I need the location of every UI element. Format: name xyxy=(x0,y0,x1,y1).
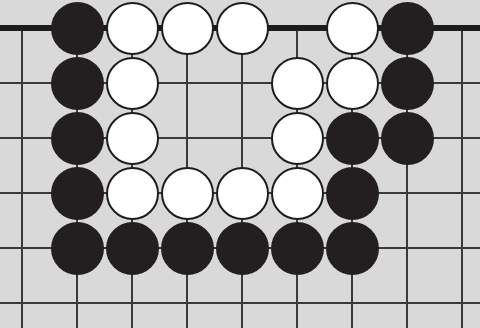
board-point[interactable] xyxy=(325,276,380,328)
board-point[interactable] xyxy=(160,276,215,328)
board-point[interactable] xyxy=(270,221,325,276)
board-point[interactable] xyxy=(380,166,435,221)
black-stone[interactable] xyxy=(271,222,324,275)
board-point[interactable] xyxy=(270,111,325,166)
board-point[interactable] xyxy=(105,1,160,56)
board-point[interactable] xyxy=(435,221,480,276)
board-point[interactable] xyxy=(325,111,380,166)
board-point[interactable] xyxy=(160,111,215,166)
white-stone[interactable] xyxy=(326,2,379,55)
board-point[interactable] xyxy=(0,111,50,166)
board-point[interactable] xyxy=(160,166,215,221)
board-point[interactable] xyxy=(435,111,480,166)
board-point[interactable] xyxy=(105,111,160,166)
board-point[interactable] xyxy=(50,1,105,56)
white-stone[interactable] xyxy=(271,112,324,165)
board-point[interactable] xyxy=(435,166,480,221)
board-point[interactable] xyxy=(105,276,160,328)
board-point[interactable] xyxy=(0,56,50,111)
board-point[interactable] xyxy=(380,276,435,328)
board-point[interactable] xyxy=(325,56,380,111)
board-point[interactable] xyxy=(50,111,105,166)
board-point[interactable] xyxy=(50,166,105,221)
black-stone[interactable] xyxy=(216,222,269,275)
board-point[interactable] xyxy=(160,1,215,56)
black-stone[interactable] xyxy=(381,2,434,55)
board-point[interactable] xyxy=(270,1,325,56)
white-stone[interactable] xyxy=(216,167,269,220)
white-stone[interactable] xyxy=(106,167,159,220)
board-point[interactable] xyxy=(215,111,270,166)
white-stone[interactable] xyxy=(106,112,159,165)
black-stone[interactable] xyxy=(51,222,104,275)
board-point[interactable] xyxy=(380,1,435,56)
black-stone[interactable] xyxy=(51,57,104,110)
board-point[interactable] xyxy=(215,276,270,328)
board-point[interactable] xyxy=(105,56,160,111)
white-stone[interactable] xyxy=(271,167,324,220)
black-stone[interactable] xyxy=(326,167,379,220)
board-point[interactable] xyxy=(0,276,50,328)
black-stone[interactable] xyxy=(106,222,159,275)
board-point[interactable] xyxy=(270,56,325,111)
white-stone[interactable] xyxy=(161,2,214,55)
black-stone[interactable] xyxy=(326,222,379,275)
board-point[interactable] xyxy=(105,221,160,276)
board-point[interactable] xyxy=(50,221,105,276)
board-point[interactable] xyxy=(380,111,435,166)
white-stone[interactable] xyxy=(106,57,159,110)
black-stone[interactable] xyxy=(161,222,214,275)
go-board[interactable] xyxy=(0,0,480,328)
black-stone[interactable] xyxy=(51,2,104,55)
black-stone[interactable] xyxy=(381,57,434,110)
board-point[interactable] xyxy=(215,56,270,111)
board-point[interactable] xyxy=(215,1,270,56)
white-stone[interactable] xyxy=(216,2,269,55)
board-point[interactable] xyxy=(215,166,270,221)
stone-layer xyxy=(0,1,480,328)
board-point[interactable] xyxy=(270,166,325,221)
board-point[interactable] xyxy=(50,56,105,111)
board-point[interactable] xyxy=(0,1,50,56)
board-point[interactable] xyxy=(435,276,480,328)
board-point[interactable] xyxy=(105,166,160,221)
black-stone[interactable] xyxy=(381,112,434,165)
board-point[interactable] xyxy=(0,166,50,221)
board-point[interactable] xyxy=(215,221,270,276)
board-point[interactable] xyxy=(325,221,380,276)
board-point[interactable] xyxy=(160,56,215,111)
board-point[interactable] xyxy=(160,221,215,276)
black-stone[interactable] xyxy=(51,167,104,220)
black-stone[interactable] xyxy=(326,112,379,165)
white-stone[interactable] xyxy=(271,57,324,110)
board-point[interactable] xyxy=(325,166,380,221)
board-point[interactable] xyxy=(270,276,325,328)
board-point[interactable] xyxy=(435,1,480,56)
board-point[interactable] xyxy=(325,1,380,56)
board-point[interactable] xyxy=(380,56,435,111)
board-point[interactable] xyxy=(380,221,435,276)
white-stone[interactable] xyxy=(161,167,214,220)
black-stone[interactable] xyxy=(51,112,104,165)
board-point[interactable] xyxy=(435,56,480,111)
board-point[interactable] xyxy=(0,221,50,276)
board-point[interactable] xyxy=(50,276,105,328)
white-stone[interactable] xyxy=(326,57,379,110)
white-stone[interactable] xyxy=(106,2,159,55)
